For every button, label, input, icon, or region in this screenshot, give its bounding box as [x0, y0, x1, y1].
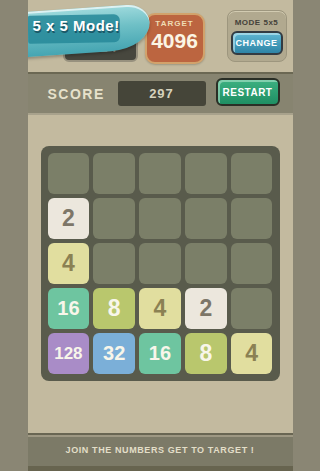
- tile-16-r4c1: 16: [48, 288, 90, 329]
- empty-cell-r1c3: [139, 153, 181, 194]
- empty-cell-r3c4: [185, 243, 227, 284]
- mode-ribbon: 5 x 5 Mode!: [28, 4, 156, 58]
- change-mode-button[interactable]: CHANGE: [231, 31, 283, 55]
- footer-hint-text: JOIN THE NUMBERS GET TO TARGET !: [66, 445, 255, 455]
- empty-cell-r2c3: [139, 198, 181, 239]
- tile-16-r5c3: 16: [139, 333, 181, 374]
- score-label: SCORE: [48, 86, 105, 102]
- empty-cell-r1c1: [48, 153, 90, 194]
- restart-button[interactable]: RESTART: [216, 78, 280, 106]
- board-grid[interactable]: 2416842128321684: [41, 146, 280, 381]
- tile-2-r2c1: 2: [48, 198, 90, 239]
- empty-cell-r1c4: [185, 153, 227, 194]
- tile-2-r4c4: 2: [185, 288, 227, 329]
- game-screen: 3324 TARGET 4096 MODE 5x5 CHANGE 5 x 5 M…: [28, 0, 293, 471]
- tile-4-r5c5: 4: [231, 333, 273, 374]
- ribbon-label: 5 x 5 Mode!: [33, 17, 120, 34]
- score-bar: SCORE 297 RESTART: [28, 72, 293, 113]
- tile-4-r4c3: 4: [139, 288, 181, 329]
- empty-cell-r3c2: [93, 243, 135, 284]
- tile-128-r5c1: 128: [48, 333, 90, 374]
- empty-cell-r3c5: [231, 243, 273, 284]
- empty-cell-r1c5: [231, 153, 273, 194]
- empty-cell-r1c2: [93, 153, 135, 194]
- tile-32-r5c2: 32: [93, 333, 135, 374]
- empty-cell-r2c4: [185, 198, 227, 239]
- tile-8-r4c2: 8: [93, 288, 135, 329]
- mode-label: MODE 5x5: [228, 18, 286, 27]
- empty-cell-r2c5: [231, 198, 273, 239]
- empty-cell-r2c2: [93, 198, 135, 239]
- mode-panel: MODE 5x5 CHANGE: [227, 10, 287, 62]
- footer-hint-bar: JOIN THE NUMBERS GET TO TARGET !: [28, 433, 293, 471]
- score-value-box: 297: [118, 81, 206, 106]
- tile-4-r3c1: 4: [48, 243, 90, 284]
- score-value: 297: [149, 86, 174, 101]
- empty-cell-r3c3: [139, 243, 181, 284]
- empty-cell-r4c5: [231, 288, 273, 329]
- tile-8-r5c4: 8: [185, 333, 227, 374]
